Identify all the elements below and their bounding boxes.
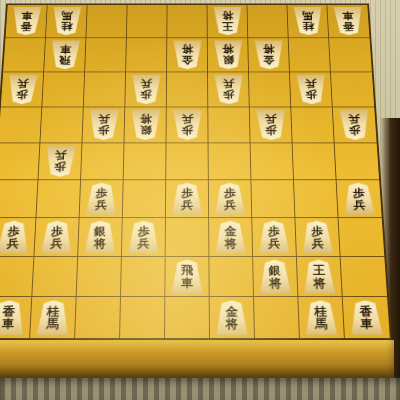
piece-gote-king[interactable]: 王将 [212,7,242,35]
square-2a[interactable]: 桂馬 [287,5,329,38]
piece-kanji: 兵 [181,199,193,210]
piece-kanji: 将 [222,11,233,21]
square-4e[interactable] [209,143,252,180]
piece-kanji: 兵 [140,79,152,89]
square-1b[interactable] [329,38,372,72]
square-2g[interactable]: 歩兵 [295,218,340,257]
piece-kanji: 馬 [302,11,314,21]
piece-gote-pawn[interactable]: 歩兵 [255,110,287,140]
square-1a[interactable]: 香車 [327,5,369,38]
piece-kanji: 飛 [181,265,193,277]
piece-sente-pawn[interactable]: 歩兵 [0,221,30,254]
piece-kanji: 車 [21,11,33,21]
piece-kanji: 車 [342,11,354,21]
piece-sente-pawn[interactable]: 歩兵 [127,221,159,254]
square-1h[interactable] [341,257,387,297]
piece-kanji: 兵 [348,114,360,125]
piece-sente-rook[interactable]: 飛車 [171,260,203,294]
piece-kanji: 兵 [353,199,366,210]
piece-kanji: 将 [313,276,326,288]
square-3c[interactable] [249,72,291,107]
piece-kanji: 将 [139,114,151,125]
square-7h[interactable] [77,257,122,297]
piece-kanji: 兵 [95,199,107,210]
square-8i[interactable]: 桂馬 [30,297,77,338]
square-5i[interactable] [165,297,210,338]
piece-kanji: 歩 [140,89,152,99]
piece-sente-pawn[interactable]: 歩兵 [301,221,334,254]
piece-kanji: 歩 [97,125,109,136]
square-5d[interactable]: 歩兵 [166,107,208,143]
square-4h[interactable] [209,257,254,297]
square-5c[interactable] [167,72,208,107]
piece-kanji: 馬 [61,11,73,21]
piece-sente-lance[interactable]: 香車 [0,300,26,335]
piece-gote-pawn[interactable]: 歩兵 [213,75,244,104]
piece-kanji: 将 [181,45,192,55]
board-perspective-wrapper: 香車桂馬王将桂馬香車飛車金将銀将金将歩兵歩兵歩兵歩兵歩兵銀将歩兵歩兵歩兵歩兵歩兵… [0,3,392,340]
piece-gote-lance[interactable]: 香車 [333,7,364,35]
square-7a[interactable] [86,5,127,38]
piece-kanji: 兵 [311,237,324,249]
square-5e[interactable] [166,143,209,180]
square-5a[interactable] [167,5,207,38]
square-2c[interactable]: 歩兵 [290,72,333,107]
piece-kanji: 歩 [349,125,361,136]
square-2f[interactable] [294,180,339,218]
piece-kanji: 兵 [268,237,280,249]
piece-sente-knight[interactable]: 桂馬 [36,300,70,335]
square-4b[interactable]: 銀将 [208,38,249,72]
piece-gote-pawn[interactable]: 歩兵 [6,75,38,104]
square-8g[interactable]: 歩兵 [34,218,79,257]
square-7i[interactable] [75,297,121,338]
piece-gote-gold[interactable]: 金将 [172,40,202,69]
piece-kanji: 銀 [269,265,282,277]
piece-gote-lance[interactable]: 香車 [11,7,42,35]
piece-kanji: 歩 [223,89,235,99]
piece-kanji: 銀 [139,125,151,136]
piece-kanji: 香 [20,21,32,31]
piece-kanji: 飛 [59,55,71,65]
square-9e[interactable] [0,143,40,180]
square-9f[interactable] [0,180,38,218]
piece-kanji: 兵 [264,114,276,125]
square-4g[interactable]: 金将 [209,218,253,257]
piece-kanji: 兵 [224,199,236,210]
square-6c[interactable]: 歩兵 [125,72,167,107]
piece-kanji: 兵 [305,79,317,89]
square-2d[interactable] [291,107,334,143]
piece-gote-pawn[interactable]: 歩兵 [338,110,370,140]
square-7c[interactable] [84,72,126,107]
piece-gote-silver[interactable]: 銀将 [213,40,243,69]
piece-kanji: 歩 [51,225,64,237]
piece-sente-pawn[interactable]: 歩兵 [171,183,203,215]
square-1d[interactable]: 歩兵 [333,107,377,143]
piece-kanji: 歩 [265,125,277,136]
piece-kanji: 車 [59,45,71,55]
piece-gote-pawn[interactable]: 歩兵 [172,110,203,140]
piece-kanji: 兵 [222,79,234,89]
piece-kanji: 歩 [95,187,107,198]
piece-kanji: 馬 [46,317,59,329]
square-2h[interactable]: 王将 [297,257,343,297]
piece-gote-pawn[interactable]: 歩兵 [295,75,327,104]
square-8d[interactable] [40,107,83,143]
square-7e[interactable] [81,143,124,180]
piece-kanji: 将 [269,276,282,288]
square-4a[interactable]: 王将 [207,5,248,38]
square-3a[interactable] [247,5,288,38]
square-1c[interactable] [331,72,374,107]
piece-gote-pawn[interactable]: 歩兵 [44,146,76,177]
square-3g[interactable]: 歩兵 [252,218,297,257]
square-9d[interactable] [0,107,42,143]
square-2i[interactable]: 桂馬 [298,297,345,338]
piece-kanji: 歩 [352,187,365,198]
square-7f[interactable]: 歩兵 [80,180,124,218]
piece-kanji: 金 [263,55,275,65]
piece-sente-pawn[interactable]: 歩兵 [214,183,246,215]
square-6f[interactable] [123,180,166,218]
piece-kanji: 兵 [181,114,193,125]
square-8a[interactable]: 桂馬 [46,5,88,38]
square-6d[interactable]: 銀将 [124,107,166,143]
piece-kanji: 歩 [138,225,150,237]
piece-kanji: 車 [181,276,193,288]
piece-kanji: 桂 [302,21,314,31]
piece-sente-gold[interactable]: 金将 [214,221,246,254]
piece-kanji: 兵 [137,237,149,249]
piece-kanji: 将 [94,237,106,249]
piece-kanji: 桂 [60,21,72,31]
square-7g[interactable]: 銀将 [78,218,123,257]
square-9c[interactable]: 歩兵 [1,72,44,107]
square-6a[interactable] [127,5,168,38]
piece-gote-silver[interactable]: 銀将 [130,110,161,140]
piece-sente-gold[interactable]: 金将 [215,300,248,335]
piece-kanji: 歩 [268,225,280,237]
piece-sente-king[interactable]: 王将 [302,260,336,294]
piece-gote-knight[interactable]: 桂馬 [292,7,323,35]
piece-kanji: 兵 [98,114,110,125]
piece-kanji: 歩 [16,89,28,99]
square-9a[interactable]: 香車 [5,5,47,38]
piece-kanji: 兵 [6,237,19,249]
square-6i[interactable] [120,297,165,338]
shogi-board: 香車桂馬王将桂馬香車飛車金将銀将金将歩兵歩兵歩兵歩兵歩兵銀将歩兵歩兵歩兵歩兵歩兵… [0,3,392,340]
piece-kanji: 歩 [305,89,317,99]
square-9i[interactable]: 香車 [0,297,32,338]
square-9h[interactable] [0,257,34,297]
square-8c[interactable] [42,72,85,107]
square-3f[interactable] [251,180,295,218]
piece-kanji: 歩 [224,187,236,198]
square-2b[interactable] [289,38,331,72]
tatami-border-strip [0,378,400,400]
square-8h[interactable] [32,257,78,297]
piece-kanji: 歩 [181,125,193,136]
board-front-face [0,340,394,378]
piece-kanji: 車 [1,317,14,329]
piece-sente-lance[interactable]: 香車 [349,300,384,335]
piece-sente-pawn[interactable]: 歩兵 [342,183,375,215]
square-3b[interactable]: 金将 [248,38,290,72]
square-4i[interactable]: 金将 [210,297,255,338]
piece-kanji: 兵 [16,79,28,89]
piece-kanji: 将 [263,45,275,55]
piece-kanji: 歩 [181,187,193,198]
square-3i[interactable] [254,297,300,338]
piece-gote-rook[interactable]: 飛車 [49,40,80,69]
square-8e[interactable]: 歩兵 [38,143,82,180]
piece-gote-pawn[interactable]: 歩兵 [88,110,120,140]
piece-sente-pawn[interactable]: 歩兵 [85,183,117,215]
square-6g[interactable]: 歩兵 [122,218,166,257]
square-6h[interactable] [121,257,166,297]
square-6b[interactable] [126,38,167,72]
square-8b[interactable]: 飛車 [44,38,86,72]
piece-kanji: 歩 [7,225,20,237]
piece-kanji: 兵 [50,237,63,249]
piece-kanji: 歩 [311,225,324,237]
piece-kanji: 歩 [54,161,66,172]
square-6e[interactable] [124,143,167,180]
shogi-photo-scene: 香車桂馬王将桂馬香車飛車金将銀将金将歩兵歩兵歩兵歩兵歩兵銀将歩兵歩兵歩兵歩兵歩兵… [0,0,400,400]
square-5g[interactable] [166,218,210,257]
square-4d[interactable] [208,107,250,143]
piece-kanji: 王 [313,265,326,277]
square-5h[interactable]: 飛車 [165,257,209,297]
piece-kanji: 馬 [315,317,328,329]
square-1i[interactable]: 香車 [343,297,390,338]
square-5b[interactable]: 金将 [167,38,208,72]
piece-kanji: 銀 [94,225,106,237]
piece-kanji: 兵 [54,150,66,161]
square-7d[interactable]: 歩兵 [82,107,125,143]
piece-sente-silver[interactable]: 銀将 [259,260,292,294]
square-1e[interactable] [335,143,380,180]
square-7b[interactable] [85,38,127,72]
piece-sente-pawn[interactable]: 歩兵 [258,221,291,254]
piece-kanji: 銀 [222,55,233,65]
piece-sente-pawn[interactable]: 歩兵 [40,221,73,254]
piece-sente-silver[interactable]: 銀将 [84,221,117,254]
square-1f[interactable]: 歩兵 [337,180,382,218]
piece-kanji: 王 [222,21,233,31]
square-8f[interactable] [36,180,81,218]
piece-gote-gold[interactable]: 金将 [253,40,284,69]
piece-kanji: 香 [343,21,355,31]
square-3h[interactable]: 銀将 [253,257,298,297]
piece-sente-knight[interactable]: 桂馬 [304,300,338,335]
piece-kanji: 将 [225,317,238,329]
square-3e[interactable] [251,143,294,180]
piece-gote-pawn[interactable]: 歩兵 [130,75,161,104]
square-5f[interactable]: 歩兵 [166,180,209,218]
piece-kanji: 金 [181,55,192,65]
piece-kanji: 車 [360,317,373,329]
square-9b[interactable] [3,38,46,72]
piece-gote-knight[interactable]: 桂馬 [51,7,82,35]
square-1g[interactable] [339,218,385,257]
square-3d[interactable]: 歩兵 [250,107,293,143]
piece-kanji: 将 [224,237,236,249]
piece-kanji: 金 [224,225,236,237]
square-2e[interactable] [293,143,337,180]
square-4c[interactable]: 歩兵 [208,72,250,107]
square-4f[interactable]: 歩兵 [209,180,252,218]
piece-kanji: 将 [222,45,233,55]
square-9g[interactable]: 歩兵 [0,218,36,257]
